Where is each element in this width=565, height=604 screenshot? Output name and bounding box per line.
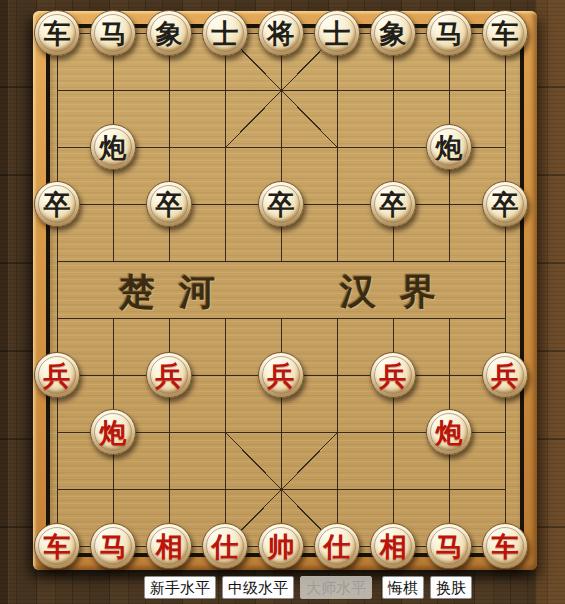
piece-glyph: 炮: [91, 125, 135, 169]
piece-black-士[interactable]: 士: [202, 10, 248, 56]
piece-black-卒[interactable]: 卒: [370, 181, 416, 227]
board[interactable]: 楚河 汉界 车马象士将士象马车炮炮卒卒卒卒卒兵兵兵兵兵炮炮车马相仕帅仕相马车: [33, 11, 537, 570]
piece-black-象[interactable]: 象: [370, 10, 416, 56]
piece-glyph: 兵: [35, 353, 79, 397]
piece-glyph: 相: [147, 524, 191, 568]
piece-glyph: 车: [483, 11, 527, 55]
piece-red-相[interactable]: 相: [146, 523, 192, 569]
piece-black-士[interactable]: 士: [314, 10, 360, 56]
piece-red-兵[interactable]: 兵: [482, 352, 528, 398]
piece-red-兵[interactable]: 兵: [34, 352, 80, 398]
piece-glyph: 马: [427, 11, 471, 55]
piece-glyph: 仕: [203, 524, 247, 568]
piece-black-炮[interactable]: 炮: [426, 124, 472, 170]
piece-black-卒[interactable]: 卒: [258, 181, 304, 227]
piece-glyph: 帅: [259, 524, 303, 568]
piece-glyph: 车: [35, 11, 79, 55]
button-beginner-level[interactable]: 新手水平: [144, 576, 216, 599]
piece-black-马[interactable]: 马: [90, 10, 136, 56]
piece-glyph: 马: [427, 524, 471, 568]
button-intermediate-level[interactable]: 中级水平: [222, 576, 294, 599]
piece-black-炮[interactable]: 炮: [90, 124, 136, 170]
piece-glyph: 仕: [315, 524, 359, 568]
piece-glyph: 车: [35, 524, 79, 568]
piece-red-炮[interactable]: 炮: [90, 409, 136, 455]
piece-black-将[interactable]: 将: [258, 10, 304, 56]
piece-red-炮[interactable]: 炮: [426, 409, 472, 455]
piece-glyph: 炮: [427, 410, 471, 454]
piece-glyph: 车: [483, 524, 527, 568]
piece-red-兵[interactable]: 兵: [146, 352, 192, 398]
piece-glyph: 马: [91, 524, 135, 568]
piece-glyph: 象: [147, 11, 191, 55]
piece-red-马[interactable]: 马: [90, 523, 136, 569]
piece-glyph: 炮: [427, 125, 471, 169]
piece-black-车[interactable]: 车: [34, 10, 80, 56]
piece-glyph: 卒: [259, 182, 303, 226]
piece-glyph: 士: [315, 11, 359, 55]
piece-red-兵[interactable]: 兵: [258, 352, 304, 398]
piece-red-相[interactable]: 相: [370, 523, 416, 569]
piece-glyph: 卒: [147, 182, 191, 226]
piece-glyph: 卒: [371, 182, 415, 226]
piece-glyph: 士: [203, 11, 247, 55]
piece-glyph: 相: [371, 524, 415, 568]
piece-red-马[interactable]: 马: [426, 523, 472, 569]
piece-red-帅[interactable]: 帅: [258, 523, 304, 569]
piece-glyph: 兵: [147, 353, 191, 397]
piece-red-车[interactable]: 车: [34, 523, 80, 569]
piece-black-卒[interactable]: 卒: [146, 181, 192, 227]
piece-glyph: 兵: [483, 353, 527, 397]
piece-black-卒[interactable]: 卒: [34, 181, 80, 227]
piece-red-车[interactable]: 车: [482, 523, 528, 569]
piece-red-仕[interactable]: 仕: [202, 523, 248, 569]
piece-black-象[interactable]: 象: [146, 10, 192, 56]
piece-red-兵[interactable]: 兵: [370, 352, 416, 398]
game-screen: 楚河 汉界 车马象士将士象马车炮炮卒卒卒卒卒兵兵兵兵兵炮炮车马相仕帅仕相马车 新…: [0, 0, 565, 604]
piece-glyph: 马: [91, 11, 135, 55]
river-label-right: 汉界: [340, 268, 460, 317]
piece-black-马[interactable]: 马: [426, 10, 472, 56]
piece-glyph: 将: [259, 11, 303, 55]
piece-glyph: 兵: [259, 353, 303, 397]
toolbar: 新手水平 中级水平 大师水平 悔棋 换肤: [144, 576, 472, 599]
button-undo-move[interactable]: 悔棋: [382, 576, 424, 599]
button-change-skin[interactable]: 换肤: [430, 576, 472, 599]
piece-glyph: 兵: [371, 353, 415, 397]
piece-glyph: 卒: [483, 182, 527, 226]
river-label-left: 楚河: [119, 268, 239, 317]
piece-glyph: 卒: [35, 182, 79, 226]
button-master-level[interactable]: 大师水平: [300, 576, 372, 599]
piece-black-卒[interactable]: 卒: [482, 181, 528, 227]
piece-red-仕[interactable]: 仕: [314, 523, 360, 569]
piece-black-车[interactable]: 车: [482, 10, 528, 56]
piece-glyph: 炮: [91, 410, 135, 454]
piece-glyph: 象: [371, 11, 415, 55]
